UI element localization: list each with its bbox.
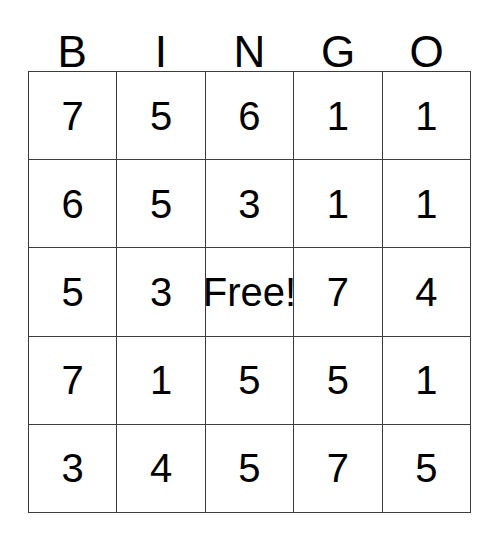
bingo-cell-r0c3[interactable]: 1 xyxy=(294,72,381,159)
bingo-cell-r1c1[interactable]: 5 xyxy=(117,160,204,247)
bingo-cell-r1c4[interactable]: 1 xyxy=(383,160,470,247)
header-letter-b: B xyxy=(58,30,87,74)
bingo-cell-r3c3[interactable]: 5 xyxy=(294,337,381,424)
bingo-cell-r2c3[interactable]: 7 xyxy=(294,248,381,335)
bingo-cell-r1c0[interactable]: 6 xyxy=(29,160,116,247)
bingo-cell-r3c0[interactable]: 7 xyxy=(29,337,116,424)
bingo-cell-r1c2[interactable]: 3 xyxy=(206,160,293,247)
bingo-cell-r0c0[interactable]: 7 xyxy=(29,72,116,159)
header-letter-g: G xyxy=(321,30,355,74)
bingo-cell-r4c0[interactable]: 3 xyxy=(29,425,116,512)
bingo-cell-r4c3[interactable]: 7 xyxy=(294,425,381,512)
header-letter-i: I xyxy=(155,30,167,74)
bingo-grid: 756116531153Free!747155134575 xyxy=(28,71,471,513)
bingo-cell-r2c4[interactable]: 4 xyxy=(383,248,470,335)
bingo-cell-r2c0[interactable]: 5 xyxy=(29,248,116,335)
bingo-cell-r4c2[interactable]: 5 xyxy=(206,425,293,512)
bingo-cell-r4c4[interactable]: 5 xyxy=(383,425,470,512)
bingo-cell-r0c4[interactable]: 1 xyxy=(383,72,470,159)
bingo-cell-r4c1[interactable]: 4 xyxy=(117,425,204,512)
bingo-cell-r0c1[interactable]: 5 xyxy=(117,72,204,159)
bingo-cell-r3c2[interactable]: 5 xyxy=(206,337,293,424)
bingo-cell-r1c3[interactable]: 1 xyxy=(294,160,381,247)
bingo-card: BINGO 756116531153Free!747155134575 xyxy=(0,0,500,544)
bingo-cell-r2c1[interactable]: 3 xyxy=(117,248,204,335)
header-letter-n: N xyxy=(234,30,266,74)
bingo-cell-free[interactable]: Free! xyxy=(206,248,293,335)
header-letter-o: O xyxy=(410,30,444,74)
bingo-cell-r0c2[interactable]: 6 xyxy=(206,72,293,159)
bingo-cell-r3c4[interactable]: 1 xyxy=(383,337,470,424)
bingo-header-row: BINGO xyxy=(28,0,471,74)
bingo-cell-r3c1[interactable]: 1 xyxy=(117,337,204,424)
